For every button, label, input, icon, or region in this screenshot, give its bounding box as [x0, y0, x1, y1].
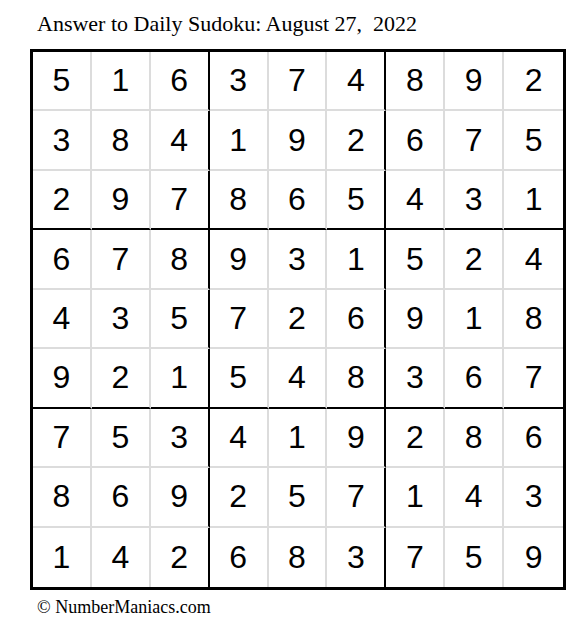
cell-r7c7: 2 [386, 409, 445, 468]
cell-r5c2: 3 [92, 290, 151, 349]
cell-r5c9: 8 [504, 290, 563, 349]
cell-r7c4: 4 [210, 409, 269, 468]
cell-r1c6: 4 [327, 52, 386, 111]
cell-r9c2: 4 [92, 528, 151, 587]
cell-r8c3: 9 [151, 468, 210, 527]
cell-r8c9: 3 [504, 468, 563, 527]
cell-r9c3: 2 [151, 528, 210, 587]
page-title: Answer to Daily Sudoku: August 27, 2022 [37, 11, 417, 37]
cell-r9c6: 3 [327, 528, 386, 587]
cell-r6c2: 2 [92, 349, 151, 408]
cell-r4c8: 2 [445, 230, 504, 289]
cell-r6c1: 9 [33, 349, 92, 408]
cell-r6c4: 5 [210, 349, 269, 408]
cell-r8c8: 4 [445, 468, 504, 527]
cell-r8c5: 5 [269, 468, 328, 527]
cell-r9c9: 9 [504, 528, 563, 587]
cell-r3c2: 9 [92, 171, 151, 230]
cell-r2c7: 6 [386, 111, 445, 170]
cell-r2c2: 8 [92, 111, 151, 170]
cell-r1c4: 3 [210, 52, 269, 111]
copyright-text: © NumberManiacs.com [37, 597, 211, 618]
cell-r4c5: 3 [269, 230, 328, 289]
sudoku-grid: 5163748923841926752978654316789315244357… [30, 49, 566, 590]
cell-r3c9: 1 [504, 171, 563, 230]
cell-r2c1: 3 [33, 111, 92, 170]
cell-r9c4: 6 [210, 528, 269, 587]
cell-r1c3: 6 [151, 52, 210, 111]
cell-r1c1: 5 [33, 52, 92, 111]
cell-r7c1: 7 [33, 409, 92, 468]
cell-r1c5: 7 [269, 52, 328, 111]
cell-r8c4: 2 [210, 468, 269, 527]
cell-r6c5: 4 [269, 349, 328, 408]
cell-r8c6: 7 [327, 468, 386, 527]
cell-r3c1: 2 [33, 171, 92, 230]
cell-r6c7: 3 [386, 349, 445, 408]
cell-r5c6: 6 [327, 290, 386, 349]
cell-r8c1: 8 [33, 468, 92, 527]
cell-r1c9: 2 [504, 52, 563, 111]
cell-r1c8: 9 [445, 52, 504, 111]
cell-r8c2: 6 [92, 468, 151, 527]
cell-r5c4: 7 [210, 290, 269, 349]
cell-r4c9: 4 [504, 230, 563, 289]
cell-r6c6: 8 [327, 349, 386, 408]
cell-r5c5: 2 [269, 290, 328, 349]
cell-r2c8: 7 [445, 111, 504, 170]
cell-r2c5: 9 [269, 111, 328, 170]
cell-r5c1: 4 [33, 290, 92, 349]
cell-r7c2: 5 [92, 409, 151, 468]
cell-r1c7: 8 [386, 52, 445, 111]
page: Answer to Daily Sudoku: August 27, 2022 … [0, 0, 574, 637]
cell-r7c5: 1 [269, 409, 328, 468]
cell-r4c3: 8 [151, 230, 210, 289]
cell-r2c6: 2 [327, 111, 386, 170]
cell-r3c7: 4 [386, 171, 445, 230]
cell-r6c8: 6 [445, 349, 504, 408]
cell-r5c8: 1 [445, 290, 504, 349]
cell-r9c8: 5 [445, 528, 504, 587]
cell-r7c9: 6 [504, 409, 563, 468]
cell-r4c7: 5 [386, 230, 445, 289]
cell-r3c4: 8 [210, 171, 269, 230]
cell-r8c7: 1 [386, 468, 445, 527]
cell-r1c2: 1 [92, 52, 151, 111]
cell-r9c1: 1 [33, 528, 92, 587]
cell-r9c7: 7 [386, 528, 445, 587]
cell-r2c3: 4 [151, 111, 210, 170]
cell-r3c3: 7 [151, 171, 210, 230]
cell-r5c7: 9 [386, 290, 445, 349]
cell-r4c1: 6 [33, 230, 92, 289]
cell-r4c6: 1 [327, 230, 386, 289]
cell-r2c4: 1 [210, 111, 269, 170]
cell-r3c8: 3 [445, 171, 504, 230]
cell-r6c9: 7 [504, 349, 563, 408]
cell-r9c5: 8 [269, 528, 328, 587]
cell-r7c6: 9 [327, 409, 386, 468]
cell-r3c5: 6 [269, 171, 328, 230]
cell-r4c4: 9 [210, 230, 269, 289]
cell-r5c3: 5 [151, 290, 210, 349]
cell-r4c2: 7 [92, 230, 151, 289]
cell-r7c8: 8 [445, 409, 504, 468]
cell-r7c3: 3 [151, 409, 210, 468]
cell-r2c9: 5 [504, 111, 563, 170]
cell-r6c3: 1 [151, 349, 210, 408]
cell-r3c6: 5 [327, 171, 386, 230]
